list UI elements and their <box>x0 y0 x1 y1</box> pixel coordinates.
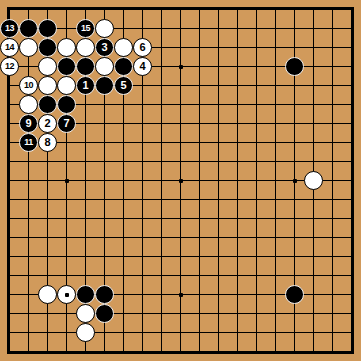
star-point <box>293 179 297 183</box>
black-stone <box>114 57 133 76</box>
white-stone <box>76 323 95 342</box>
black-stone <box>38 19 57 38</box>
black-stone-move-9: 9 <box>19 114 38 133</box>
star-point <box>179 179 183 183</box>
white-stone <box>57 38 76 57</box>
white-stone <box>38 285 57 304</box>
black-stone-move-3: 3 <box>95 38 114 57</box>
star-point <box>179 293 183 297</box>
black-stone <box>38 95 57 114</box>
black-stone <box>95 285 114 304</box>
white-stone <box>76 304 95 323</box>
black-stone-move-5: 5 <box>114 76 133 95</box>
white-stone <box>304 171 323 190</box>
black-stone-move-1: 1 <box>76 76 95 95</box>
white-stone-move-6: 6 <box>133 38 152 57</box>
black-stone <box>76 285 95 304</box>
white-stone <box>19 38 38 57</box>
white-stone <box>38 76 57 95</box>
white-stone <box>57 76 76 95</box>
black-stone-move-7: 7 <box>57 114 76 133</box>
black-stone <box>19 19 38 38</box>
black-stone <box>57 95 76 114</box>
go-board: 131514361241015927118 <box>0 0 361 361</box>
star-point <box>293 65 297 69</box>
black-stone-move-11: 11 <box>19 133 38 152</box>
black-stone <box>95 304 114 323</box>
white-stone <box>95 57 114 76</box>
white-stone-move-4: 4 <box>133 57 152 76</box>
white-stone <box>76 38 95 57</box>
star-point <box>293 293 297 297</box>
black-stone <box>76 57 95 76</box>
white-stone <box>114 38 133 57</box>
white-stone-move-10: 10 <box>19 76 38 95</box>
star-point <box>65 179 69 183</box>
black-stone-move-15: 15 <box>76 19 95 38</box>
white-stone-move-2: 2 <box>38 114 57 133</box>
white-stone-move-14: 14 <box>0 38 19 57</box>
white-stone-move-12: 12 <box>0 57 19 76</box>
black-stone-move-13: 13 <box>0 19 19 38</box>
star-point <box>65 293 69 297</box>
star-point <box>179 65 183 69</box>
white-stone <box>19 95 38 114</box>
black-stone <box>95 76 114 95</box>
star-point <box>65 65 69 69</box>
white-stone <box>95 19 114 38</box>
white-stone <box>38 57 57 76</box>
black-stone <box>38 38 57 57</box>
white-stone-move-8: 8 <box>38 133 57 152</box>
